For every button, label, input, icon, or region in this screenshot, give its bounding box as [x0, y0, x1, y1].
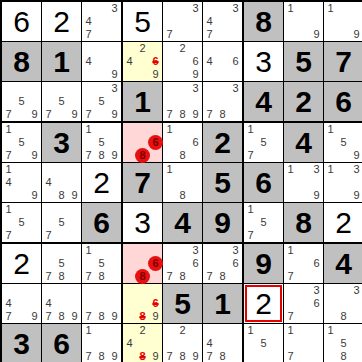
candidate-9: 9 [108, 149, 121, 162]
candidate-empty [163, 257, 176, 270]
cell-r6c1[interactable]: 157 [2, 203, 42, 244]
candidate-9: 9 [108, 310, 121, 323]
candidate-empty [68, 284, 81, 297]
cell-r1c5[interactable]: 37 [163, 2, 203, 42]
candidate-empty [189, 28, 202, 41]
candidate-empty [163, 337, 176, 350]
candidate-grid: 168 [163, 123, 202, 162]
candidate-empty [55, 203, 68, 216]
cell-r1c1[interactable]: 6 [2, 2, 42, 42]
candidate-empty [176, 28, 189, 41]
candidate-empty [324, 310, 337, 323]
candidate-empty [310, 176, 323, 189]
candidate-9: 9 [108, 108, 121, 121]
candidate-empty [337, 324, 350, 337]
candidate-8: 8 [136, 310, 149, 323]
cell-r6c4[interactable]: 3 [123, 203, 163, 244]
candidate-empty [176, 163, 189, 176]
candidate-empty [42, 189, 55, 202]
cell-r5c5[interactable]: 18 [163, 163, 203, 203]
candidate-grid: 157 [2, 203, 41, 242]
cell-r7c9[interactable]: 4 [324, 244, 362, 284]
candidate-9: 9 [28, 108, 41, 121]
candidate-4: 4 [203, 337, 216, 350]
cell-r3c1[interactable]: 579 [2, 82, 42, 123]
candidate-1: 1 [82, 324, 95, 337]
cell-r4c9[interactable]: 159 [324, 123, 362, 163]
candidate-empty [108, 270, 121, 283]
cell-r7c2[interactable]: 578 [42, 244, 82, 284]
candidate-9: 9 [350, 149, 362, 162]
candidate-7: 7 [284, 270, 297, 283]
candidate-empty [2, 82, 15, 95]
candidate-empty [149, 324, 162, 337]
candidate-grid: 157 [244, 203, 283, 242]
candidate-empty [95, 42, 108, 55]
candidate-empty [28, 216, 41, 229]
candidate-7: 7 [82, 270, 95, 283]
candidate-1: 1 [324, 324, 337, 337]
candidate-grid: 3579 [82, 82, 121, 121]
candidate-empty [2, 284, 15, 297]
candidate-4: 4 [203, 15, 216, 28]
candidate-empty [297, 244, 310, 257]
cell-r8c5[interactable]: 5 [163, 284, 203, 324]
candidate-grid: 489 [42, 163, 81, 202]
candidate-grid: 479 [2, 284, 41, 323]
candidate-empty [95, 2, 108, 15]
cell-r5c8[interactable]: 139 [284, 163, 324, 203]
cell-r7c1[interactable]: 2 [2, 244, 42, 284]
candidate-empty [297, 257, 310, 270]
candidate-7: 7 [284, 350, 297, 362]
cell-r6c9[interactable]: 2 [324, 203, 362, 244]
candidate-empty [15, 176, 28, 189]
candidate-7: 7 [163, 28, 176, 41]
given-digit: 7 [335, 47, 352, 77]
candidate-7: 7 [203, 108, 216, 121]
candidate-empty [270, 350, 283, 362]
cell-r9c6[interactable]: 478 [203, 324, 244, 362]
candidate-empty [189, 15, 202, 28]
candidate-empty [163, 176, 176, 189]
candidate-1: 1 [284, 163, 297, 176]
cell-r9c4[interactable]: 2489 [123, 324, 163, 362]
candidate-empty [82, 337, 95, 350]
candidate-empty [176, 95, 189, 108]
candidate-empty [2, 95, 15, 108]
cell-r7c6[interactable]: 3678 [203, 244, 244, 284]
candidate-grid: 57 [42, 203, 81, 242]
candidate-empty [2, 189, 15, 202]
candidate-2: 2 [136, 42, 149, 55]
cell-r8c9[interactable]: 38 [324, 284, 362, 324]
cell-r1c4[interactable]: 5 [123, 2, 163, 42]
candidate-empty [136, 68, 149, 81]
cell-r4c6[interactable]: 2 [203, 123, 244, 163]
candidate-empty [82, 82, 95, 95]
candidate-empty [297, 163, 310, 176]
candidate-empty [216, 95, 229, 108]
given-digit: 5 [295, 47, 312, 77]
cell-r2c2[interactable]: 1 [42, 42, 82, 82]
cell-r4c5[interactable]: 168 [163, 123, 203, 163]
candidate-3: 3 [310, 284, 323, 297]
cell-r6c2[interactable]: 57 [42, 203, 82, 244]
candidate-empty [350, 15, 362, 28]
candidate-grid: 269 [163, 42, 202, 81]
cell-r4c8[interactable]: 4 [284, 123, 324, 163]
given-digit: 6 [335, 87, 352, 117]
candidate-8: 8 [176, 149, 189, 162]
candidate-empty [136, 297, 149, 310]
cell-r6c3[interactable]: 6 [82, 203, 123, 244]
given-digit: 3 [13, 329, 30, 359]
cell-r9c2[interactable]: 6 [42, 324, 82, 362]
candidate-8: 8 [55, 270, 68, 283]
cell-r3c2[interactable]: 579 [42, 82, 82, 123]
candidate-empty [95, 297, 108, 310]
cell-r7c4[interactable]: 68 [123, 244, 163, 284]
given-digit: 8 [255, 7, 272, 37]
candidate-empty [42, 163, 55, 176]
candidate-7: 7 [203, 28, 216, 41]
candidate-empty [324, 297, 337, 310]
candidate-empty [55, 244, 68, 257]
candidate-5: 5 [15, 136, 28, 149]
cell-r5c4[interactable]: 7 [123, 163, 163, 203]
candidate-empty [123, 297, 136, 310]
cell-r5c1[interactable]: 149 [2, 163, 42, 203]
given-digit: 4 [255, 87, 272, 117]
cell-r9c7[interactable]: 15 [244, 324, 284, 362]
candidate-empty [189, 163, 202, 176]
candidate-empty [216, 15, 229, 28]
candidate-empty [108, 28, 121, 41]
candidate-1: 1 [82, 123, 95, 136]
candidate-6: 6 [310, 257, 323, 270]
candidate-empty [163, 42, 176, 55]
cell-r5c7[interactable]: 6 [244, 163, 284, 203]
candidate-7: 7 [42, 270, 55, 283]
cell-r3c5[interactable]: 3789 [163, 82, 203, 123]
given-digit: 7 [134, 168, 151, 198]
cell-r8c3[interactable]: 789 [82, 284, 123, 324]
cell-r6c7[interactable]: 157 [244, 203, 284, 244]
candidate-empty [176, 55, 189, 68]
cell-r1c3[interactable]: 347 [82, 2, 123, 42]
candidate-8: 8 [55, 189, 68, 202]
candidate-grid: 3678 [163, 244, 202, 283]
candidate-empty [229, 337, 242, 350]
candidate-7: 7 [42, 108, 55, 121]
sudoku-board: 6234753734781919814924692694635757957935… [0, 0, 362, 362]
candidate-4: 4 [2, 176, 15, 189]
candidate-grid: 1789 [82, 324, 121, 362]
candidate-empty [284, 297, 297, 310]
given-digit: 6 [255, 168, 272, 198]
cell-r5c9[interactable]: 139 [324, 163, 362, 203]
candidate-empty [337, 149, 350, 162]
candidate-empty [55, 163, 68, 176]
candidate-empty [95, 28, 108, 41]
candidate-empty [350, 350, 362, 362]
candidate-empty [324, 136, 337, 149]
candidate-9: 9 [108, 68, 121, 81]
cell-r2c3[interactable]: 49 [82, 42, 123, 82]
candidate-9: 9 [189, 68, 202, 81]
candidate-grid: 46 [203, 42, 242, 81]
candidate-grid: 378 [203, 82, 242, 121]
candidate-empty [270, 123, 283, 136]
given-digit: 1 [134, 87, 151, 117]
cell-r8c6[interactable]: 1 [203, 284, 244, 324]
candidate-9: 9 [28, 189, 41, 202]
candidate-empty [297, 270, 310, 283]
candidate-empty [257, 123, 270, 136]
cell-r2c4[interactable]: 2469 [123, 42, 163, 82]
candidate-empty [28, 163, 41, 176]
candidate-9: 9 [310, 189, 323, 202]
candidate-empty [95, 108, 108, 121]
candidate-empty [284, 257, 297, 270]
candidate-empty [55, 176, 68, 189]
candidate-1: 1 [2, 163, 15, 176]
candidate-empty [216, 82, 229, 95]
candidate-6: 6 [229, 55, 242, 68]
cell-r3c8[interactable]: 2 [284, 82, 324, 123]
given-digit: 6 [53, 329, 70, 359]
cell-r9c8[interactable]: 17 [284, 324, 324, 362]
given-digit: 9 [214, 208, 231, 238]
cell-r7c3[interactable]: 1578 [82, 244, 123, 284]
candidate-8: 8 [176, 108, 189, 121]
candidate-1: 1 [163, 163, 176, 176]
candidate-grid: 367 [284, 284, 323, 323]
cell-r9c1[interactable]: 3 [2, 324, 42, 362]
candidate-empty [28, 284, 41, 297]
candidate-7: 7 [2, 229, 15, 242]
candidate-empty [95, 68, 108, 81]
candidate-4: 4 [42, 176, 55, 189]
candidate-empty [163, 189, 176, 202]
cell-r7c7[interactable]: 9 [244, 244, 284, 284]
candidate-3: 3 [229, 82, 242, 95]
candidate-empty [108, 297, 121, 310]
candidate-grid: 158 [324, 324, 362, 362]
candidate-9: 9 [189, 108, 202, 121]
candidate-grid: 38 [324, 284, 362, 323]
candidate-empty [136, 123, 149, 136]
candidate-1: 1 [284, 324, 297, 337]
cell-r1c9[interactable]: 19 [324, 2, 362, 42]
candidate-grid: 15 [244, 324, 283, 362]
candidate-empty [350, 123, 362, 136]
candidate-empty [163, 55, 176, 68]
cell-r2c7[interactable]: 3 [244, 42, 284, 82]
candidate-empty [337, 297, 350, 310]
candidate-grid: 19 [284, 2, 323, 41]
solved-digit: 2 [53, 7, 70, 37]
cell-r1c8[interactable]: 19 [284, 2, 324, 42]
candidate-empty [108, 15, 121, 28]
candidate-empty [123, 68, 136, 81]
candidate-empty [82, 42, 95, 55]
candidate-3: 3 [350, 284, 362, 297]
solved-digit: 2 [93, 168, 110, 198]
cell-r8c8[interactable]: 367 [284, 284, 324, 324]
candidate-empty [123, 350, 136, 362]
cell-r3c7[interactable]: 4 [244, 82, 284, 123]
cell-r9c5[interactable]: 2789 [163, 324, 203, 362]
candidate-empty [310, 15, 323, 28]
cell-r1c7[interactable]: 8 [244, 2, 284, 42]
candidate-empty [15, 163, 28, 176]
candidate-empty [229, 28, 242, 41]
cell-r1c6[interactable]: 347 [203, 2, 244, 42]
candidate-5: 5 [55, 257, 68, 270]
cell-r7c8[interactable]: 167 [284, 244, 324, 284]
candidate-8: 8 [55, 310, 68, 323]
candidate-6: 6 [189, 257, 202, 270]
candidate-empty [68, 176, 81, 189]
given-digit: 1 [53, 47, 70, 77]
cell-r2c8[interactable]: 5 [284, 42, 324, 82]
candidate-empty [55, 108, 68, 121]
candidate-empty [203, 42, 216, 55]
candidate-4: 4 [123, 55, 136, 68]
candidate-empty [42, 82, 55, 95]
candidate-empty [68, 216, 81, 229]
candidate-empty [229, 324, 242, 337]
candidate-empty [203, 68, 216, 81]
candidate-empty [163, 136, 176, 149]
candidate-9: 9 [350, 28, 362, 41]
candidate-empty [108, 284, 121, 297]
solved-digit: 3 [134, 208, 151, 238]
cell-r2c6[interactable]: 46 [203, 42, 244, 82]
candidate-5: 5 [15, 95, 28, 108]
cell-r2c9[interactable]: 7 [324, 42, 362, 82]
candidate-6: 6 [149, 55, 162, 68]
candidate-5: 5 [257, 337, 270, 350]
candidate-empty [297, 324, 310, 337]
cell-r3c6[interactable]: 378 [203, 82, 244, 123]
candidate-6: 6 [229, 257, 242, 270]
candidate-empty [216, 244, 229, 257]
candidate-empty [257, 149, 270, 162]
candidate-empty [68, 244, 81, 257]
candidate-1: 1 [82, 244, 95, 257]
cell-r4c7[interactable]: 157 [244, 123, 284, 163]
candidate-empty [203, 257, 216, 270]
candidate-8: 8 [95, 270, 108, 283]
candidate-empty [310, 2, 323, 15]
cell-r8c7[interactable]: 2 [244, 284, 284, 324]
cell-r5c3[interactable]: 2 [82, 163, 123, 203]
candidate-empty [15, 284, 28, 297]
candidate-empty [95, 324, 108, 337]
candidate-empty [270, 136, 283, 149]
cell-r5c6[interactable]: 5 [203, 163, 244, 203]
candidate-grid: 2469 [123, 42, 162, 81]
given-digit: 8 [295, 208, 312, 238]
candidate-empty [310, 270, 323, 283]
candidate-empty [149, 284, 162, 297]
candidate-7: 7 [244, 229, 257, 242]
candidate-8: 8 [176, 189, 189, 202]
candidate-empty [108, 244, 121, 257]
candidate-grid: 37 [163, 2, 202, 41]
cell-r6c8[interactable]: 8 [284, 203, 324, 244]
cell-r4c4[interactable]: 68 [123, 123, 163, 163]
cell-r9c9[interactable]: 158 [324, 324, 362, 362]
candidate-empty [176, 244, 189, 257]
cell-r3c3[interactable]: 3579 [82, 82, 123, 123]
cell-r2c5[interactable]: 269 [163, 42, 203, 82]
candidate-empty [123, 136, 136, 149]
cell-r4c1[interactable]: 1579 [2, 123, 42, 163]
candidate-5: 5 [95, 95, 108, 108]
cell-r8c4[interactable]: 689 [123, 284, 163, 324]
candidate-empty [163, 95, 176, 108]
candidate-empty [163, 149, 176, 162]
candidate-empty [284, 284, 297, 297]
candidate-3: 3 [108, 82, 121, 95]
cell-r8c2[interactable]: 4789 [42, 284, 82, 324]
candidate-empty [108, 257, 121, 270]
candidate-2: 2 [176, 42, 189, 55]
candidate-1: 1 [324, 163, 337, 176]
candidate-6: 6 [189, 55, 202, 68]
cell-r3c9[interactable]: 6 [324, 82, 362, 123]
candidate-7: 7 [163, 108, 176, 121]
candidate-9: 9 [149, 350, 162, 362]
candidate-grid: 478 [203, 324, 242, 362]
candidate-empty [324, 176, 337, 189]
given-digit: 2 [214, 128, 231, 158]
candidate-7: 7 [82, 310, 95, 323]
cell-r9c3[interactable]: 1789 [82, 324, 123, 362]
candidate-empty [189, 123, 202, 136]
candidate-empty [108, 136, 121, 149]
cell-r7c5[interactable]: 3678 [163, 244, 203, 284]
candidate-empty [297, 350, 310, 362]
candidate-grid: 15789 [82, 123, 121, 162]
candidate-empty [15, 297, 28, 310]
cell-r3c4[interactable]: 1 [123, 82, 163, 123]
candidate-1: 1 [163, 123, 176, 136]
candidate-grid: 68 [123, 123, 162, 162]
candidate-empty [350, 310, 362, 323]
candidate-empty [244, 337, 257, 350]
cell-r4c3[interactable]: 15789 [82, 123, 123, 163]
cell-r6c6[interactable]: 9 [203, 203, 244, 244]
candidate-grid: 157 [244, 123, 283, 162]
candidate-empty [136, 284, 149, 297]
cell-r2c1[interactable]: 8 [2, 42, 42, 82]
candidate-7: 7 [244, 149, 257, 162]
cell-r1c2[interactable]: 2 [42, 2, 82, 42]
candidate-empty [15, 123, 28, 136]
solved-digit: 2 [13, 249, 30, 279]
cell-r8c1[interactable]: 479 [2, 284, 42, 324]
cell-r6c5[interactable]: 4 [163, 203, 203, 244]
candidate-empty [284, 15, 297, 28]
cell-r5c2[interactable]: 489 [42, 163, 82, 203]
candidate-grid: 17 [284, 324, 323, 362]
cell-r4c2[interactable]: 3 [42, 123, 82, 163]
